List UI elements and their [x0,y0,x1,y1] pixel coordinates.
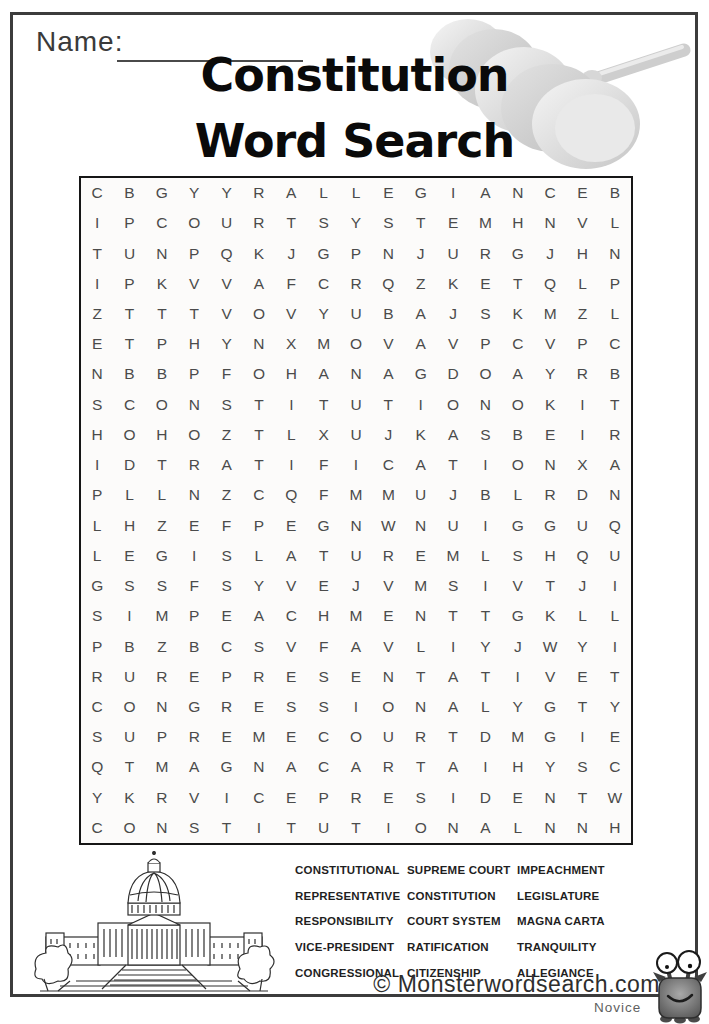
grid-cell-r4c16[interactable]: L [566,269,598,299]
grid-cell-r18c2[interactable]: O [113,692,145,722]
grid-cell-r7c16[interactable]: R [566,359,598,389]
grid-cell-r1c3[interactable]: G [146,178,178,208]
grid-cell-r5c17[interactable]: L [599,299,631,329]
grid-cell-r8c17[interactable]: T [599,390,631,420]
grid-cell-r20c7[interactable]: A [275,752,307,782]
grid-cell-r15c17[interactable]: L [599,601,631,631]
grid-cell-r9c14[interactable]: B [502,420,534,450]
grid-cell-r22c9[interactable]: T [340,813,372,843]
grid-cell-r6c11[interactable]: A [405,329,437,359]
grid-cell-r7c17[interactable]: B [599,359,631,389]
grid-cell-r5c3[interactable]: T [146,299,178,329]
grid-cell-r6c5[interactable]: Y [210,329,242,359]
grid-cell-r20c4[interactable]: A [178,752,210,782]
grid-cell-r13c5[interactable]: S [210,541,242,571]
grid-cell-r3c13[interactable]: R [469,238,501,268]
grid-cell-r16c8[interactable]: F [307,631,339,661]
grid-cell-r17c16[interactable]: E [566,662,598,692]
grid-cell-r13c3[interactable]: G [146,541,178,571]
grid-cell-r4c12[interactable]: K [437,269,469,299]
grid-cell-r18c11[interactable]: N [405,692,437,722]
grid-cell-r7c11[interactable]: G [405,359,437,389]
grid-cell-r3c1[interactable]: T [81,238,113,268]
grid-cell-r8c9[interactable]: U [340,390,372,420]
grid-cell-r15c5[interactable]: E [210,601,242,631]
grid-cell-r21c11[interactable]: S [405,783,437,813]
grid-cell-r5c4[interactable]: T [178,299,210,329]
grid-cell-r13c4[interactable]: I [178,541,210,571]
grid-cell-r20c13[interactable]: I [469,752,501,782]
grid-cell-r20c2[interactable]: T [113,752,145,782]
grid-cell-r18c3[interactable]: N [146,692,178,722]
grid-cell-r10c1[interactable]: I [81,450,113,480]
grid-cell-r2c3[interactable]: C [146,208,178,238]
grid-cell-r4c5[interactable]: V [210,269,242,299]
grid-cell-r19c10[interactable]: U [372,722,404,752]
grid-cell-r20c16[interactable]: S [566,752,598,782]
grid-cell-r10c15[interactable]: N [534,450,566,480]
grid-cell-r9c9[interactable]: U [340,420,372,450]
grid-cell-r20c14[interactable]: H [502,752,534,782]
grid-cell-r21c10[interactable]: E [372,783,404,813]
grid-cell-r15c16[interactable]: L [566,601,598,631]
grid-cell-r14c2[interactable]: S [113,571,145,601]
grid-cell-r10c3[interactable]: T [146,450,178,480]
grid-cell-r12c16[interactable]: U [566,510,598,540]
grid-cell-r9c5[interactable]: Z [210,420,242,450]
grid-cell-r12c8[interactable]: G [307,510,339,540]
grid-cell-r22c10[interactable]: I [372,813,404,843]
grid-cell-r1c16[interactable]: E [566,178,598,208]
grid-cell-r22c15[interactable]: N [534,813,566,843]
grid-cell-r1c12[interactable]: I [437,178,469,208]
grid-cell-r22c8[interactable]: U [307,813,339,843]
grid-cell-r14c5[interactable]: S [210,571,242,601]
grid-cell-r9c11[interactable]: K [405,420,437,450]
grid-cell-r3c7[interactable]: J [275,238,307,268]
grid-cell-r15c12[interactable]: T [437,601,469,631]
grid-cell-r6c2[interactable]: T [113,329,145,359]
grid-cell-r10c7[interactable]: I [275,450,307,480]
grid-cell-r4c17[interactable]: P [599,269,631,299]
grid-cell-r8c7[interactable]: I [275,390,307,420]
grid-cell-r7c14[interactable]: A [502,359,534,389]
grid-cell-r14c4[interactable]: F [178,571,210,601]
grid-cell-r10c14[interactable]: O [502,450,534,480]
grid-cell-r13c14[interactable]: S [502,541,534,571]
grid-cell-r1c2[interactable]: B [113,178,145,208]
grid-cell-r15c10[interactable]: E [372,601,404,631]
grid-cell-r19c7[interactable]: E [275,722,307,752]
grid-cell-r4c14[interactable]: T [502,269,534,299]
grid-cell-r21c13[interactable]: D [469,783,501,813]
grid-cell-r8c1[interactable]: S [81,390,113,420]
grid-cell-r22c13[interactable]: A [469,813,501,843]
grid-cell-r3c10[interactable]: N [372,238,404,268]
grid-cell-r14c16[interactable]: J [566,571,598,601]
grid-cell-r6c1[interactable]: E [81,329,113,359]
grid-cell-r4c3[interactable]: K [146,269,178,299]
grid-cell-r15c9[interactable]: M [340,601,372,631]
grid-cell-r5c7[interactable]: V [275,299,307,329]
grid-cell-r1c8[interactable]: L [307,178,339,208]
grid-cell-r17c17[interactable]: T [599,662,631,692]
grid-cell-r20c8[interactable]: C [307,752,339,782]
grid-cell-r18c9[interactable]: I [340,692,372,722]
grid-cell-r7c1[interactable]: N [81,359,113,389]
grid-cell-r7c5[interactable]: F [210,359,242,389]
grid-cell-r1c9[interactable]: L [340,178,372,208]
grid-cell-r13c12[interactable]: M [437,541,469,571]
grid-cell-r8c2[interactable]: C [113,390,145,420]
grid-cell-r21c16[interactable]: T [566,783,598,813]
grid-cell-r3c8[interactable]: G [307,238,339,268]
grid-cell-r11c16[interactable]: D [566,480,598,510]
grid-cell-r12c1[interactable]: L [81,510,113,540]
grid-cell-r18c16[interactable]: T [566,692,598,722]
grid-cell-r3c16[interactable]: H [566,238,598,268]
grid-cell-r6c13[interactable]: P [469,329,501,359]
grid-cell-r17c4[interactable]: E [178,662,210,692]
grid-cell-r8c10[interactable]: T [372,390,404,420]
grid-cell-r6c4[interactable]: H [178,329,210,359]
grid-cell-r16c14[interactable]: J [502,631,534,661]
grid-cell-r13c8[interactable]: T [307,541,339,571]
grid-cell-r21c1[interactable]: Y [81,783,113,813]
grid-cell-r7c3[interactable]: B [146,359,178,389]
grid-cell-r10c11[interactable]: A [405,450,437,480]
grid-cell-r14c7[interactable]: V [275,571,307,601]
grid-cell-r15c3[interactable]: M [146,601,178,631]
grid-cell-r2c7[interactable]: T [275,208,307,238]
grid-cell-r22c2[interactable]: O [113,813,145,843]
grid-cell-r8c13[interactable]: N [469,390,501,420]
grid-cell-r7c9[interactable]: N [340,359,372,389]
grid-cell-r10c16[interactable]: X [566,450,598,480]
grid-cell-r3c2[interactable]: U [113,238,145,268]
grid-cell-r8c15[interactable]: K [534,390,566,420]
grid-cell-r11c11[interactable]: U [405,480,437,510]
grid-cell-r22c4[interactable]: S [178,813,210,843]
grid-cell-r16c3[interactable]: Z [146,631,178,661]
grid-cell-r15c8[interactable]: H [307,601,339,631]
grid-cell-r22c14[interactable]: L [502,813,534,843]
grid-cell-r6c15[interactable]: V [534,329,566,359]
grid-cell-r11c10[interactable]: M [372,480,404,510]
grid-cell-r6c6[interactable]: N [243,329,275,359]
grid-cell-r14c17[interactable]: I [599,571,631,601]
grid-cell-r8c5[interactable]: S [210,390,242,420]
grid-cell-r2c1[interactable]: I [81,208,113,238]
grid-cell-r22c12[interactable]: N [437,813,469,843]
grid-cell-r5c13[interactable]: S [469,299,501,329]
grid-cell-r20c1[interactable]: Q [81,752,113,782]
grid-cell-r1c10[interactable]: E [372,178,404,208]
grid-cell-r11c17[interactable]: N [599,480,631,510]
grid-cell-r4c2[interactable]: P [113,269,145,299]
grid-cell-r22c1[interactable]: C [81,813,113,843]
grid-cell-r21c9[interactable]: R [340,783,372,813]
grid-cell-r7c12[interactable]: D [437,359,469,389]
grid-cell-r17c13[interactable]: T [469,662,501,692]
grid-cell-r13c10[interactable]: R [372,541,404,571]
grid-cell-r2c6[interactable]: R [243,208,275,238]
grid-cell-r10c2[interactable]: D [113,450,145,480]
grid-cell-r14c9[interactable]: J [340,571,372,601]
grid-cell-r18c13[interactable]: L [469,692,501,722]
grid-cell-r6c12[interactable]: V [437,329,469,359]
grid-cell-r2c12[interactable]: E [437,208,469,238]
grid-cell-r15c2[interactable]: I [113,601,145,631]
grid-cell-r20c15[interactable]: Y [534,752,566,782]
grid-cell-r17c7[interactable]: E [275,662,307,692]
grid-cell-r10c5[interactable]: A [210,450,242,480]
grid-cell-r1c15[interactable]: C [534,178,566,208]
grid-cell-r9c13[interactable]: S [469,420,501,450]
grid-cell-r8c16[interactable]: I [566,390,598,420]
grid-cell-r17c1[interactable]: R [81,662,113,692]
grid-cell-r16c2[interactable]: B [113,631,145,661]
grid-cell-r19c17[interactable]: E [599,722,631,752]
grid-cell-r11c13[interactable]: B [469,480,501,510]
grid-cell-r2c15[interactable]: N [534,208,566,238]
grid-cell-r15c15[interactable]: K [534,601,566,631]
grid-cell-r2c8[interactable]: S [307,208,339,238]
grid-cell-r9c7[interactable]: L [275,420,307,450]
grid-cell-r4c10[interactable]: Q [372,269,404,299]
grid-cell-r19c8[interactable]: C [307,722,339,752]
grid-cell-r16c1[interactable]: P [81,631,113,661]
grid-cell-r17c14[interactable]: I [502,662,534,692]
grid-cell-r10c17[interactable]: A [599,450,631,480]
grid-cell-r10c9[interactable]: I [340,450,372,480]
grid-cell-r21c17[interactable]: W [599,783,631,813]
grid-cell-r2c17[interactable]: L [599,208,631,238]
grid-cell-r17c6[interactable]: R [243,662,275,692]
grid-cell-r20c10[interactable]: R [372,752,404,782]
grid-cell-r10c4[interactable]: R [178,450,210,480]
grid-cell-r18c15[interactable]: G [534,692,566,722]
grid-cell-r9c1[interactable]: H [81,420,113,450]
grid-cell-r3c12[interactable]: U [437,238,469,268]
grid-cell-r10c10[interactable]: C [372,450,404,480]
grid-cell-r12c10[interactable]: W [372,510,404,540]
grid-cell-r8c14[interactable]: O [502,390,534,420]
grid-cell-r11c5[interactable]: Z [210,480,242,510]
grid-cell-r8c6[interactable]: T [243,390,275,420]
grid-cell-r6c7[interactable]: X [275,329,307,359]
grid-cell-r4c11[interactable]: Z [405,269,437,299]
grid-cell-r21c14[interactable]: E [502,783,534,813]
grid-cell-r8c4[interactable]: N [178,390,210,420]
grid-cell-r9c8[interactable]: X [307,420,339,450]
grid-cell-r21c6[interactable]: C [243,783,275,813]
grid-cell-r2c2[interactable]: P [113,208,145,238]
grid-cell-r15c13[interactable]: T [469,601,501,631]
grid-cell-r8c11[interactable]: I [405,390,437,420]
grid-cell-r13c9[interactable]: U [340,541,372,571]
grid-cell-r19c6[interactable]: M [243,722,275,752]
grid-cell-r21c7[interactable]: E [275,783,307,813]
grid-cell-r20c6[interactable]: N [243,752,275,782]
grid-cell-r18c4[interactable]: G [178,692,210,722]
grid-cell-r6c17[interactable]: C [599,329,631,359]
grid-cell-r19c15[interactable]: G [534,722,566,752]
grid-cell-r4c15[interactable]: Q [534,269,566,299]
grid-cell-r1c7[interactable]: A [275,178,307,208]
grid-cell-r15c4[interactable]: P [178,601,210,631]
grid-cell-r7c7[interactable]: H [275,359,307,389]
grid-cell-r19c16[interactable]: I [566,722,598,752]
grid-cell-r10c6[interactable]: T [243,450,275,480]
grid-cell-r11c12[interactable]: J [437,480,469,510]
grid-cell-r16c12[interactable]: I [437,631,469,661]
grid-cell-r6c10[interactable]: V [372,329,404,359]
grid-cell-r11c9[interactable]: M [340,480,372,510]
grid-cell-r22c3[interactable]: N [146,813,178,843]
grid-cell-r14c6[interactable]: Y [243,571,275,601]
grid-cell-r22c7[interactable]: T [275,813,307,843]
grid-cell-r5c14[interactable]: K [502,299,534,329]
grid-cell-r2c9[interactable]: Y [340,208,372,238]
grid-cell-r17c9[interactable]: E [340,662,372,692]
grid-cell-r13c15[interactable]: H [534,541,566,571]
grid-cell-r2c10[interactable]: S [372,208,404,238]
grid-cell-r11c1[interactable]: P [81,480,113,510]
grid-cell-r12c13[interactable]: I [469,510,501,540]
grid-cell-r11c4[interactable]: N [178,480,210,510]
grid-cell-r4c6[interactable]: A [243,269,275,299]
grid-cell-r5c11[interactable]: A [405,299,437,329]
grid-cell-r12c5[interactable]: F [210,510,242,540]
grid-cell-r17c10[interactable]: N [372,662,404,692]
grid-cell-r13c17[interactable]: U [599,541,631,571]
grid-cell-r18c17[interactable]: Y [599,692,631,722]
grid-cell-r7c15[interactable]: Y [534,359,566,389]
grid-cell-r21c15[interactable]: N [534,783,566,813]
grid-cell-r5c2[interactable]: T [113,299,145,329]
grid-cell-r10c8[interactable]: F [307,450,339,480]
grid-cell-r9c2[interactable]: O [113,420,145,450]
grid-cell-r4c8[interactable]: C [307,269,339,299]
grid-cell-r19c5[interactable]: E [210,722,242,752]
grid-cell-r16c13[interactable]: Y [469,631,501,661]
grid-cell-r5c5[interactable]: V [210,299,242,329]
grid-cell-r9c12[interactable]: A [437,420,469,450]
grid-cell-r16c17[interactable]: I [599,631,631,661]
grid-cell-r2c13[interactable]: M [469,208,501,238]
grid-cell-r11c7[interactable]: Q [275,480,307,510]
grid-cell-r9c17[interactable]: R [599,420,631,450]
grid-cell-r18c12[interactable]: A [437,692,469,722]
grid-cell-r21c3[interactable]: R [146,783,178,813]
grid-cell-r1c4[interactable]: Y [178,178,210,208]
grid-cell-r2c16[interactable]: V [566,208,598,238]
grid-cell-r9c3[interactable]: H [146,420,178,450]
grid-cell-r19c11[interactable]: R [405,722,437,752]
grid-cell-r5c12[interactable]: J [437,299,469,329]
grid-cell-r20c12[interactable]: A [437,752,469,782]
grid-cell-r5c16[interactable]: Z [566,299,598,329]
grid-cell-r6c8[interactable]: M [307,329,339,359]
grid-cell-r10c13[interactable]: I [469,450,501,480]
grid-cell-r16c4[interactable]: B [178,631,210,661]
grid-cell-r20c5[interactable]: G [210,752,242,782]
grid-cell-r16c6[interactable]: S [243,631,275,661]
grid-cell-r21c4[interactable]: V [178,783,210,813]
grid-cell-r16c10[interactable]: V [372,631,404,661]
grid-cell-r17c3[interactable]: R [146,662,178,692]
grid-cell-r13c11[interactable]: E [405,541,437,571]
grid-cell-r14c11[interactable]: M [405,571,437,601]
grid-cell-r16c9[interactable]: A [340,631,372,661]
grid-cell-r12c3[interactable]: Z [146,510,178,540]
grid-cell-r22c16[interactable]: N [566,813,598,843]
grid-cell-r1c1[interactable]: C [81,178,113,208]
grid-cell-r18c7[interactable]: S [275,692,307,722]
grid-cell-r21c12[interactable]: I [437,783,469,813]
grid-cell-r7c10[interactable]: A [372,359,404,389]
grid-cell-r4c7[interactable]: F [275,269,307,299]
grid-cell-r20c11[interactable]: T [405,752,437,782]
grid-cell-r11c15[interactable]: R [534,480,566,510]
grid-cell-r12c9[interactable]: N [340,510,372,540]
grid-cell-r13c16[interactable]: Q [566,541,598,571]
grid-cell-r17c2[interactable]: U [113,662,145,692]
grid-cell-r7c2[interactable]: B [113,359,145,389]
grid-cell-r14c14[interactable]: V [502,571,534,601]
grid-cell-r14c15[interactable]: T [534,571,566,601]
grid-cell-r18c10[interactable]: O [372,692,404,722]
grid-cell-r21c8[interactable]: P [307,783,339,813]
grid-cell-r20c3[interactable]: M [146,752,178,782]
grid-cell-r21c2[interactable]: K [113,783,145,813]
grid-cell-r6c9[interactable]: O [340,329,372,359]
grid-cell-r2c14[interactable]: H [502,208,534,238]
grid-cell-r5c15[interactable]: M [534,299,566,329]
grid-cell-r3c4[interactable]: P [178,238,210,268]
grid-cell-r6c3[interactable]: P [146,329,178,359]
grid-cell-r3c6[interactable]: K [243,238,275,268]
grid-cell-r22c6[interactable]: I [243,813,275,843]
grid-cell-r13c1[interactable]: L [81,541,113,571]
grid-cell-r18c8[interactable]: S [307,692,339,722]
grid-cell-r9c10[interactable]: J [372,420,404,450]
grid-cell-r19c4[interactable]: R [178,722,210,752]
grid-cell-r1c5[interactable]: Y [210,178,242,208]
grid-cell-r16c7[interactable]: V [275,631,307,661]
grid-cell-r8c3[interactable]: O [146,390,178,420]
grid-cell-r3c14[interactable]: G [502,238,534,268]
grid-cell-r17c15[interactable]: V [534,662,566,692]
grid-cell-r6c16[interactable]: P [566,329,598,359]
grid-cell-r14c1[interactable]: G [81,571,113,601]
grid-cell-r12c2[interactable]: H [113,510,145,540]
grid-cell-r11c3[interactable]: L [146,480,178,510]
grid-cell-r21c5[interactable]: I [210,783,242,813]
grid-cell-r3c17[interactable]: N [599,238,631,268]
grid-cell-r3c9[interactable]: P [340,238,372,268]
grid-cell-r14c12[interactable]: S [437,571,469,601]
grid-cell-r17c5[interactable]: P [210,662,242,692]
grid-cell-r15c14[interactable]: G [502,601,534,631]
grid-cell-r5c6[interactable]: O [243,299,275,329]
grid-cell-r12c12[interactable]: U [437,510,469,540]
grid-cell-r22c17[interactable]: H [599,813,631,843]
grid-cell-r12c7[interactable]: E [275,510,307,540]
grid-cell-r4c4[interactable]: V [178,269,210,299]
grid-cell-r13c13[interactable]: L [469,541,501,571]
